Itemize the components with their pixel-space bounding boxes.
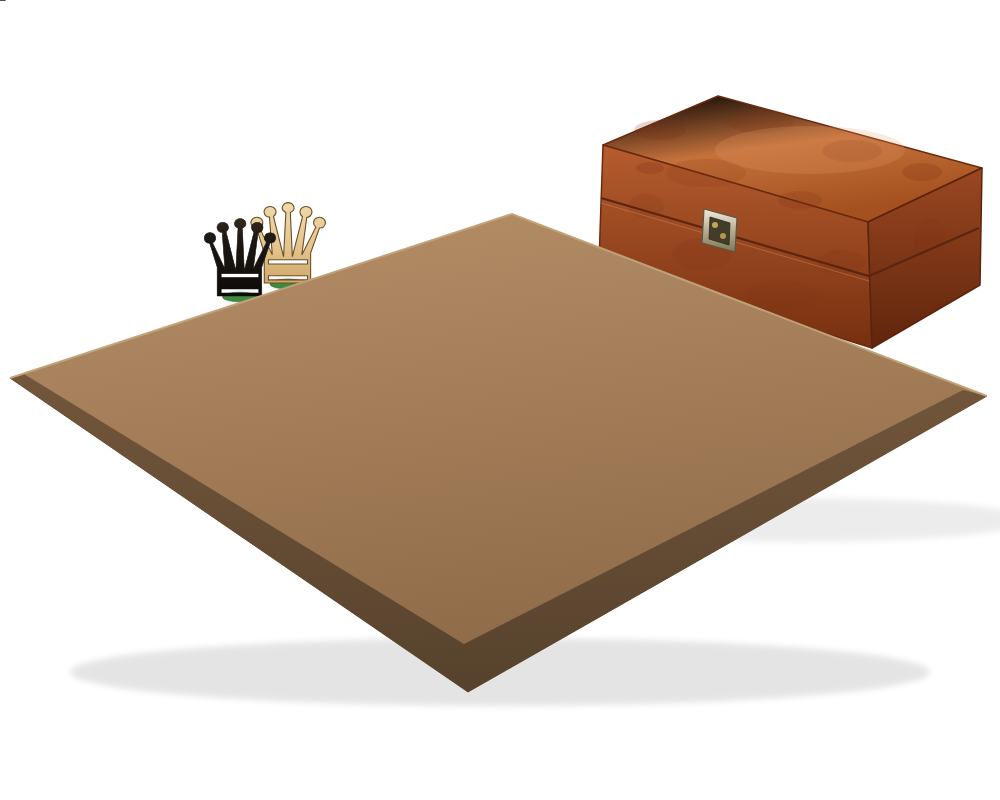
box-burl-figure (634, 120, 686, 140)
box-gloss-highlight (715, 126, 905, 174)
box-burl-figure (778, 191, 822, 209)
piece-white-rook-h1: ♜ (0, 0, 7, 4)
box-clasp-knob (712, 222, 718, 228)
chess-set-scene: ♛♛♜♞♝♛♚♝♞♜♟♟♟♟♟♟♟♟♟♟♟♟♟♟♟♟♜♞♝♛♚♝♞♜ (0, 0, 1000, 800)
box-clasp-knob (720, 233, 726, 239)
box-burl-figure (636, 162, 664, 174)
product-photo: ♛♛♜♞♝♛♚♝♞♜♟♟♟♟♟♟♟♟♟♟♟♟♟♟♟♟♜♞♝♛♚♝♞♜ (0, 0, 1000, 800)
box-burl-figure (746, 281, 818, 311)
box-burl-figure (902, 163, 942, 181)
box-burl-figure (818, 250, 866, 274)
